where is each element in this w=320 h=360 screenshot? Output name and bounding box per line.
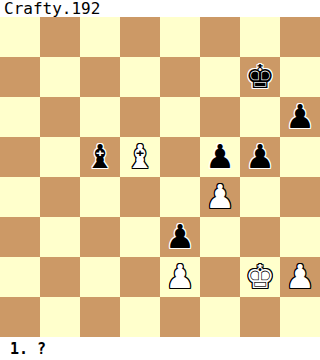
- square-e4[interactable]: [160, 177, 200, 217]
- square-e5[interactable]: [160, 137, 200, 177]
- square-c2[interactable]: [80, 257, 120, 297]
- square-f6[interactable]: [200, 97, 240, 137]
- square-a2[interactable]: [0, 257, 40, 297]
- square-f1[interactable]: [200, 297, 240, 337]
- square-b8[interactable]: [40, 17, 80, 57]
- square-d1[interactable]: [120, 297, 160, 337]
- square-f8[interactable]: [200, 17, 240, 57]
- square-a6[interactable]: [0, 97, 40, 137]
- piece-white-pawn: ♟: [165, 257, 195, 297]
- square-c7[interactable]: [80, 57, 120, 97]
- square-d2[interactable]: [120, 257, 160, 297]
- square-g6[interactable]: [240, 97, 280, 137]
- piece-black-bishop: ♝: [85, 137, 115, 177]
- square-a5[interactable]: [0, 137, 40, 177]
- square-g2[interactable]: ♚: [240, 257, 280, 297]
- square-a3[interactable]: [0, 217, 40, 257]
- square-b6[interactable]: [40, 97, 80, 137]
- square-e6[interactable]: [160, 97, 200, 137]
- square-a8[interactable]: [0, 17, 40, 57]
- square-g7[interactable]: ♚: [240, 57, 280, 97]
- square-f5[interactable]: ♟: [200, 137, 240, 177]
- square-g8[interactable]: [240, 17, 280, 57]
- square-b3[interactable]: [40, 217, 80, 257]
- square-c8[interactable]: [80, 17, 120, 57]
- square-b5[interactable]: [40, 137, 80, 177]
- engine-title: Crafty.192: [0, 0, 320, 17]
- square-h3[interactable]: [280, 217, 320, 257]
- square-g1[interactable]: [240, 297, 280, 337]
- square-c6[interactable]: [80, 97, 120, 137]
- piece-black-pawn: ♟: [285, 97, 315, 137]
- square-c3[interactable]: [80, 217, 120, 257]
- piece-black-king: ♚: [245, 57, 275, 97]
- piece-white-bishop: ♝: [125, 137, 155, 177]
- square-f4[interactable]: ♟: [200, 177, 240, 217]
- square-d8[interactable]: [120, 17, 160, 57]
- square-h7[interactable]: [280, 57, 320, 97]
- square-c1[interactable]: [80, 297, 120, 337]
- square-e1[interactable]: [160, 297, 200, 337]
- piece-black-pawn: ♟: [205, 137, 235, 177]
- square-b7[interactable]: [40, 57, 80, 97]
- square-g4[interactable]: [240, 177, 280, 217]
- square-g3[interactable]: [240, 217, 280, 257]
- square-e7[interactable]: [160, 57, 200, 97]
- square-b1[interactable]: [40, 297, 80, 337]
- square-f3[interactable]: [200, 217, 240, 257]
- piece-white-king: ♚: [245, 257, 275, 297]
- square-h8[interactable]: [280, 17, 320, 57]
- square-h5[interactable]: [280, 137, 320, 177]
- square-d7[interactable]: [120, 57, 160, 97]
- square-e3[interactable]: ♟: [160, 217, 200, 257]
- square-h4[interactable]: [280, 177, 320, 217]
- square-d6[interactable]: [120, 97, 160, 137]
- square-h1[interactable]: [280, 297, 320, 337]
- square-a1[interactable]: [0, 297, 40, 337]
- square-h2[interactable]: ♟: [280, 257, 320, 297]
- square-f7[interactable]: [200, 57, 240, 97]
- square-a4[interactable]: [0, 177, 40, 217]
- square-d5[interactable]: ♝: [120, 137, 160, 177]
- square-d4[interactable]: [120, 177, 160, 217]
- piece-white-pawn: ♟: [285, 257, 315, 297]
- square-c5[interactable]: ♝: [80, 137, 120, 177]
- square-a7[interactable]: [0, 57, 40, 97]
- square-f2[interactable]: [200, 257, 240, 297]
- move-prompt: 1. ?: [0, 337, 320, 360]
- piece-black-pawn: ♟: [165, 217, 195, 257]
- square-e8[interactable]: [160, 17, 200, 57]
- square-e2[interactable]: ♟: [160, 257, 200, 297]
- square-b4[interactable]: [40, 177, 80, 217]
- square-c4[interactable]: [80, 177, 120, 217]
- chess-app-window: Crafty.192 ♚♟♝♝♟♟♟♟♟♚♟ 1. ?: [0, 0, 320, 360]
- square-d3[interactable]: [120, 217, 160, 257]
- piece-black-pawn: ♟: [245, 137, 275, 177]
- piece-white-pawn: ♟: [205, 177, 235, 217]
- square-h6[interactable]: ♟: [280, 97, 320, 137]
- square-g5[interactable]: ♟: [240, 137, 280, 177]
- chess-board: ♚♟♝♝♟♟♟♟♟♚♟: [0, 17, 320, 337]
- square-b2[interactable]: [40, 257, 80, 297]
